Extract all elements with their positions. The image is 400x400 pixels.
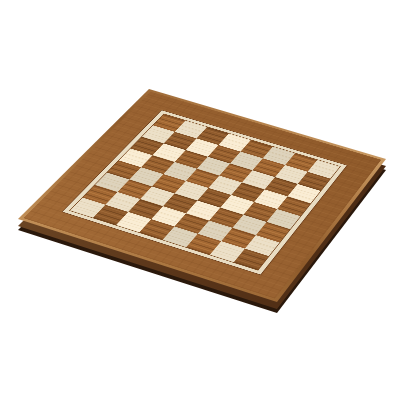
chess-board [18,89,386,302]
photo-background [0,0,400,400]
